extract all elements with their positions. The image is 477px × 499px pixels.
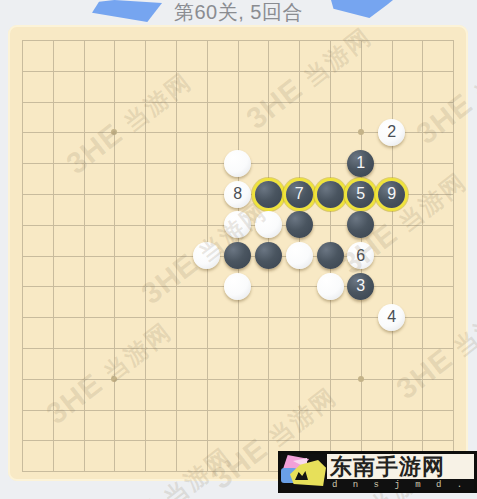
stone-black <box>255 242 282 269</box>
star-point <box>358 129 364 135</box>
stone-white <box>255 211 282 238</box>
stone-white <box>193 242 220 269</box>
stone-white <box>224 273 251 300</box>
stone-black-move-9: 9 <box>378 181 405 208</box>
board-grid-line-v <box>392 40 393 471</box>
site-badge: 东南手游网 d n s j m d . c o m <box>278 451 477 493</box>
board-grid-line-h <box>22 440 453 441</box>
top-bar: 第60关, 5回合 <box>0 0 477 25</box>
stone-white <box>286 242 313 269</box>
stone-black-move-7: 7 <box>286 181 313 208</box>
board-grid-line-h <box>22 348 453 349</box>
board-grid-line-v <box>422 40 423 471</box>
stone-black-move-1: 1 <box>347 150 374 177</box>
stone-white <box>224 150 251 177</box>
stone-white <box>224 211 251 238</box>
stone-black <box>347 211 374 238</box>
star-point <box>111 129 117 135</box>
stone-white-move-2: 2 <box>378 119 405 146</box>
level-title: 第60关, 5回合 <box>174 1 303 23</box>
stone-black-move-5: 5 <box>347 181 374 208</box>
stone-black <box>286 211 313 238</box>
stone-white-move-4: 4 <box>378 304 405 331</box>
gomoku-board[interactable]: 218759634 <box>8 25 468 481</box>
site-logo-icon <box>281 454 327 490</box>
stone-white-move-8: 8 <box>224 181 251 208</box>
stone-black <box>224 242 251 269</box>
site-badge-text: 东南手游网 d n s j m d . c o m <box>327 454 474 490</box>
board-grid-line-v <box>453 40 454 471</box>
site-name: 东南手游网 <box>327 454 474 479</box>
stone-black <box>317 242 344 269</box>
site-domain: d n s j m d . c o m <box>327 479 474 490</box>
stone-black <box>255 181 282 208</box>
board-grid-line-h <box>22 379 453 380</box>
stone-black <box>317 181 344 208</box>
stone-white-move-6: 6 <box>347 242 374 269</box>
stone-black-move-3: 3 <box>347 273 374 300</box>
board-grid-line-h <box>22 410 453 411</box>
star-point <box>358 376 364 382</box>
stone-white <box>317 273 344 300</box>
star-point <box>111 376 117 382</box>
